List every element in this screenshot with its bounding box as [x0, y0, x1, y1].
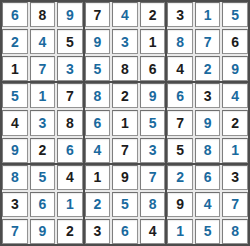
- cell-r5c9[interactable]: 2: [222, 110, 248, 135]
- cell-r7c9[interactable]: 3: [222, 165, 248, 190]
- cell-r3c1[interactable]: 1: [2, 56, 28, 81]
- cell-r5c7[interactable]: 7: [167, 110, 193, 135]
- cell-r5c3[interactable]: 8: [57, 110, 83, 135]
- cell-r7c2[interactable]: 5: [30, 165, 56, 190]
- cell-r9c9[interactable]: 8: [222, 219, 248, 244]
- cell-r1c9[interactable]: 5: [222, 2, 248, 27]
- cell-r3c5[interactable]: 8: [112, 56, 138, 81]
- cell-r9c7[interactable]: 1: [167, 219, 193, 244]
- cell-r9c4[interactable]: 3: [85, 219, 111, 244]
- sudoku-board: 6892451737429315863158764295174389268296…: [0, 0, 250, 246]
- sudoku-block-6: 854361792: [2, 165, 83, 244]
- cell-r3c8[interactable]: 2: [195, 56, 221, 81]
- sudoku-block-1: 742931586: [85, 2, 166, 81]
- cell-r8c5[interactable]: 5: [112, 192, 138, 217]
- sudoku-block-2: 315876429: [167, 2, 248, 81]
- sudoku-block-5: 634792581: [167, 83, 248, 162]
- cell-r1c3[interactable]: 9: [57, 2, 83, 27]
- cell-r3c4[interactable]: 5: [85, 56, 111, 81]
- cell-r5c6[interactable]: 5: [140, 110, 166, 135]
- cell-r8c3[interactable]: 1: [57, 192, 83, 217]
- cell-r6c6[interactable]: 3: [140, 138, 166, 163]
- cell-r7c8[interactable]: 6: [195, 165, 221, 190]
- cell-r5c1[interactable]: 4: [2, 110, 28, 135]
- cell-r4c8[interactable]: 3: [195, 83, 221, 108]
- cell-r8c8[interactable]: 4: [195, 192, 221, 217]
- cell-r4c1[interactable]: 5: [2, 83, 28, 108]
- cell-r9c5[interactable]: 6: [112, 219, 138, 244]
- cell-r8c9[interactable]: 7: [222, 192, 248, 217]
- cell-r4c4[interactable]: 8: [85, 83, 111, 108]
- cell-r8c4[interactable]: 2: [85, 192, 111, 217]
- sudoku-block-0: 689245173: [2, 2, 83, 81]
- cell-r6c3[interactable]: 6: [57, 138, 83, 163]
- cell-r2c1[interactable]: 2: [2, 29, 28, 54]
- cell-r8c2[interactable]: 6: [30, 192, 56, 217]
- sudoku-block-8: 263947158: [167, 165, 248, 244]
- cell-r4c9[interactable]: 4: [222, 83, 248, 108]
- cell-r9c3[interactable]: 2: [57, 219, 83, 244]
- cell-r7c4[interactable]: 1: [85, 165, 111, 190]
- cell-r6c5[interactable]: 7: [112, 138, 138, 163]
- cell-r7c5[interactable]: 9: [112, 165, 138, 190]
- cell-r2c6[interactable]: 1: [140, 29, 166, 54]
- cell-r2c4[interactable]: 9: [85, 29, 111, 54]
- cell-r9c6[interactable]: 4: [140, 219, 166, 244]
- cell-r3c6[interactable]: 6: [140, 56, 166, 81]
- cell-r6c2[interactable]: 2: [30, 138, 56, 163]
- cell-r3c2[interactable]: 7: [30, 56, 56, 81]
- cell-r5c4[interactable]: 6: [85, 110, 111, 135]
- cell-r4c7[interactable]: 6: [167, 83, 193, 108]
- cell-r5c8[interactable]: 9: [195, 110, 221, 135]
- cell-r8c1[interactable]: 3: [2, 192, 28, 217]
- cell-r9c2[interactable]: 9: [30, 219, 56, 244]
- cell-r3c7[interactable]: 4: [167, 56, 193, 81]
- cell-r2c5[interactable]: 3: [112, 29, 138, 54]
- cell-r1c8[interactable]: 1: [195, 2, 221, 27]
- cell-r1c6[interactable]: 2: [140, 2, 166, 27]
- cell-r6c1[interactable]: 9: [2, 138, 28, 163]
- cell-r3c9[interactable]: 9: [222, 56, 248, 81]
- cell-r2c7[interactable]: 8: [167, 29, 193, 54]
- cell-r2c9[interactable]: 6: [222, 29, 248, 54]
- cell-r5c2[interactable]: 3: [30, 110, 56, 135]
- cell-r1c2[interactable]: 8: [30, 2, 56, 27]
- cell-r8c6[interactable]: 8: [140, 192, 166, 217]
- sudoku-block-7: 197258364: [85, 165, 166, 244]
- cell-r2c2[interactable]: 4: [30, 29, 56, 54]
- cell-r4c3[interactable]: 7: [57, 83, 83, 108]
- cell-r4c2[interactable]: 1: [30, 83, 56, 108]
- cell-r2c3[interactable]: 5: [57, 29, 83, 54]
- cell-r7c7[interactable]: 2: [167, 165, 193, 190]
- cell-r6c4[interactable]: 4: [85, 138, 111, 163]
- sudoku-block-3: 517438926: [2, 83, 83, 162]
- cell-r1c7[interactable]: 3: [167, 2, 193, 27]
- cell-r9c8[interactable]: 5: [195, 219, 221, 244]
- cell-r7c3[interactable]: 4: [57, 165, 83, 190]
- cell-r5c5[interactable]: 1: [112, 110, 138, 135]
- cell-r8c7[interactable]: 9: [167, 192, 193, 217]
- cell-r6c8[interactable]: 8: [195, 138, 221, 163]
- cell-r6c9[interactable]: 1: [222, 138, 248, 163]
- cell-r4c6[interactable]: 9: [140, 83, 166, 108]
- cell-r1c5[interactable]: 4: [112, 2, 138, 27]
- cell-r1c1[interactable]: 6: [2, 2, 28, 27]
- cell-r3c3[interactable]: 3: [57, 56, 83, 81]
- cell-r7c1[interactable]: 8: [2, 165, 28, 190]
- cell-r7c6[interactable]: 7: [140, 165, 166, 190]
- sudoku-block-4: 829615473: [85, 83, 166, 162]
- cell-r9c1[interactable]: 7: [2, 219, 28, 244]
- cell-r1c4[interactable]: 7: [85, 2, 111, 27]
- cell-r6c7[interactable]: 5: [167, 138, 193, 163]
- cell-r2c8[interactable]: 7: [195, 29, 221, 54]
- cell-r4c5[interactable]: 2: [112, 83, 138, 108]
